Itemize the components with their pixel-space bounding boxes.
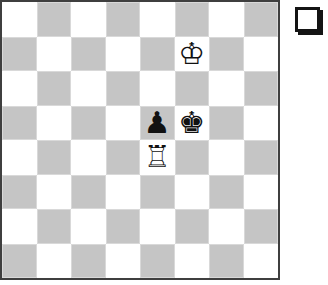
square-c7[interactable] — [71, 37, 106, 72]
white-rook-piece: ♖ — [144, 140, 171, 175]
square-h1[interactable] — [244, 244, 279, 279]
square-b4[interactable] — [37, 140, 72, 175]
square-g4[interactable] — [209, 140, 244, 175]
square-f2[interactable] — [175, 209, 210, 244]
square-d2[interactable] — [106, 209, 141, 244]
square-f8[interactable] — [175, 2, 210, 37]
square-b6[interactable] — [37, 71, 72, 106]
square-b2[interactable] — [37, 209, 72, 244]
square-c4[interactable] — [71, 140, 106, 175]
square-d6[interactable] — [106, 71, 141, 106]
black-pawn-piece: ♟ — [144, 106, 171, 141]
square-a2[interactable] — [2, 209, 37, 244]
chess-board: ♔♟♚♖ — [0, 0, 280, 280]
square-d7[interactable] — [106, 37, 141, 72]
square-h4[interactable] — [244, 140, 279, 175]
square-e1[interactable] — [140, 244, 175, 279]
square-g5[interactable] — [209, 106, 244, 141]
square-e4[interactable]: ♖ — [140, 140, 175, 175]
square-f7[interactable]: ♔ — [175, 37, 210, 72]
square-f4[interactable] — [175, 140, 210, 175]
square-a5[interactable] — [2, 106, 37, 141]
square-h7[interactable] — [244, 37, 279, 72]
square-c6[interactable] — [71, 71, 106, 106]
square-d5[interactable] — [106, 106, 141, 141]
white-to-move-icon — [295, 7, 320, 32]
square-d8[interactable] — [106, 2, 141, 37]
square-d4[interactable] — [106, 140, 141, 175]
square-c2[interactable] — [71, 209, 106, 244]
square-e7[interactable] — [140, 37, 175, 72]
square-b7[interactable] — [37, 37, 72, 72]
square-e2[interactable] — [140, 209, 175, 244]
square-h2[interactable] — [244, 209, 279, 244]
square-c8[interactable] — [71, 2, 106, 37]
square-f1[interactable] — [175, 244, 210, 279]
white-king-piece: ♔ — [178, 37, 205, 72]
square-a3[interactable] — [2, 175, 37, 210]
square-h3[interactable] — [244, 175, 279, 210]
square-c5[interactable] — [71, 106, 106, 141]
square-e3[interactable] — [140, 175, 175, 210]
square-d3[interactable] — [106, 175, 141, 210]
square-a4[interactable] — [2, 140, 37, 175]
square-f6[interactable] — [175, 71, 210, 106]
square-g1[interactable] — [209, 244, 244, 279]
square-c1[interactable] — [71, 244, 106, 279]
square-f5[interactable]: ♚ — [175, 106, 210, 141]
square-h5[interactable] — [244, 106, 279, 141]
square-h8[interactable] — [244, 2, 279, 37]
square-a1[interactable] — [2, 244, 37, 279]
diagram-page: ♔♟♚♖ — [0, 0, 328, 285]
square-e6[interactable] — [140, 71, 175, 106]
square-e8[interactable] — [140, 2, 175, 37]
black-king-piece: ♚ — [178, 106, 205, 141]
square-g6[interactable] — [209, 71, 244, 106]
square-c3[interactable] — [71, 175, 106, 210]
square-g7[interactable] — [209, 37, 244, 72]
square-e5[interactable]: ♟ — [140, 106, 175, 141]
square-g8[interactable] — [209, 2, 244, 37]
square-g3[interactable] — [209, 175, 244, 210]
square-b1[interactable] — [37, 244, 72, 279]
square-a8[interactable] — [2, 2, 37, 37]
square-a7[interactable] — [2, 37, 37, 72]
square-a6[interactable] — [2, 71, 37, 106]
square-b5[interactable] — [37, 106, 72, 141]
square-f3[interactable] — [175, 175, 210, 210]
square-g2[interactable] — [209, 209, 244, 244]
square-b8[interactable] — [37, 2, 72, 37]
square-h6[interactable] — [244, 71, 279, 106]
square-b3[interactable] — [37, 175, 72, 210]
square-d1[interactable] — [106, 244, 141, 279]
